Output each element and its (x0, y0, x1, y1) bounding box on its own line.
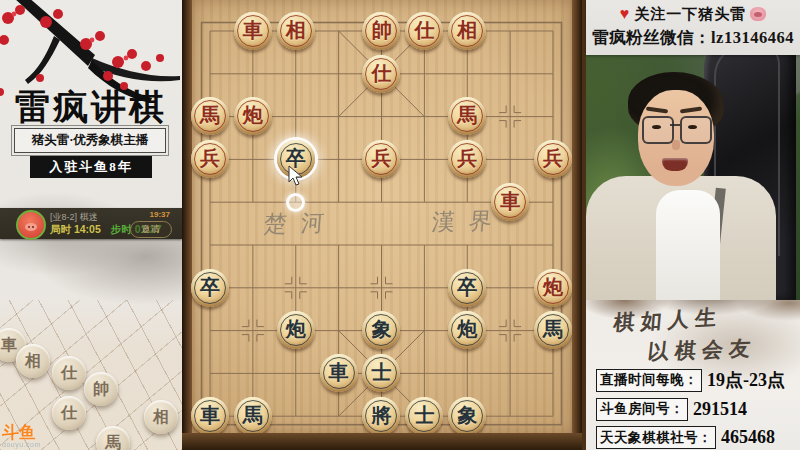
piece-red-帥[interactable]: 帥 (362, 12, 400, 50)
follow-text: 关注一下猪头雷 (634, 5, 746, 22)
piece-grid[interactable]: 車相帥仕相仕馬炮馬兵卒兵兵兵車卒卒炮炮象炮馬車士車馬將士象 (189, 10, 575, 438)
promo-info-rows: 直播时间每晚： 19点-23点 斗鱼房间号： 291514 天天象棋棋社号： 4… (596, 368, 796, 450)
slogan-line2: 以棋会友 (646, 334, 757, 366)
room-label: 斗鱼房间号： (596, 398, 688, 421)
douyu-watermark-logo: 斗鱼 (2, 424, 41, 441)
streamer-tshirt (656, 190, 720, 300)
game-time-value: 14:05 (74, 223, 101, 235)
piece-black-卒[interactable]: 卒 (448, 269, 486, 307)
xiangqi-board-panel: 楚河 漢界 車相帥仕相仕馬炮馬兵卒兵兵兵車卒卒炮炮象炮馬車士車馬將士象 (182, 0, 582, 450)
opponent-avatar[interactable] (16, 210, 46, 240)
piece-black-士[interactable]: 士 (362, 354, 400, 392)
board-edge (182, 433, 582, 450)
promo-row-club: 天天象棋棋社号： 465468 (596, 426, 796, 449)
follow-line1: ♥关注一下猪头雷 (586, 5, 800, 24)
piece-red-兵[interactable]: 兵 (362, 140, 400, 178)
poster-subtitle: 猪头雷·优秀象棋主播 (14, 128, 166, 153)
photo-piece: 相 (144, 400, 178, 434)
piece-black-將[interactable]: 將 (362, 397, 400, 435)
piece-red-相[interactable]: 相 (277, 12, 315, 50)
piece-black-車[interactable]: 車 (320, 354, 358, 392)
heart-icon: ♥ (620, 5, 631, 22)
eye (688, 125, 697, 129)
piece-red-仕[interactable]: 仕 (405, 12, 443, 50)
schedule-label: 直播时间每晚： (596, 369, 702, 392)
schedule-value: 19点-23点 (707, 368, 785, 392)
photo-piece: 相 (16, 344, 50, 378)
clock-time: 19:37 (150, 210, 170, 219)
pig-icon (750, 7, 766, 21)
piece-black-馬[interactable]: 馬 (234, 397, 272, 435)
piece-black-象[interactable]: 象 (362, 311, 400, 349)
invite-button[interactable]: 邀请 (130, 221, 172, 238)
piece-red-仕[interactable]: 仕 (362, 55, 400, 93)
piece-black-士[interactable]: 士 (405, 397, 443, 435)
stream-screenshot: 雷疯讲棋 猪头雷·优秀象棋主播 入驻斗鱼8年 車 相 仕 帥 仕 相 馬 斗鱼 … (0, 0, 800, 450)
promo-row-schedule: 直播时间每晚： 19点-23点 (596, 368, 796, 392)
slogan-line1: 棋如人生 (612, 303, 723, 337)
nose (672, 140, 680, 150)
photo-piece: 馬 (96, 426, 130, 450)
follow-banner: ♥关注一下猪头雷 雷疯粉丝微信：lz13146464 (586, 0, 800, 55)
game-time-label: 局时 (50, 223, 71, 235)
photo-piece: 仕 (52, 396, 86, 430)
streamer (594, 68, 794, 300)
piece-black-炮[interactable]: 炮 (277, 311, 315, 349)
room-value: 291514 (693, 399, 747, 420)
photo-piece: 仕 (52, 356, 86, 390)
piece-red-炮[interactable]: 炮 (234, 97, 272, 135)
piece-red-兵[interactable]: 兵 (534, 140, 572, 178)
last-move-marker (286, 193, 305, 212)
wechat-line: 雷疯粉丝微信：lz13146464 (586, 27, 800, 49)
right-panel: ♥关注一下猪头雷 雷疯粉丝微信：lz13146464 棋如人生 以棋会友 直播时… (582, 0, 800, 450)
poster-badge: 入驻斗鱼8年 (30, 156, 152, 178)
piece-red-車[interactable]: 車 (234, 12, 272, 50)
piece-red-相[interactable]: 相 (448, 12, 486, 50)
glasses (642, 116, 712, 142)
promo-row-room: 斗鱼房间号： 291514 (596, 398, 796, 421)
piece-red-馬[interactable]: 馬 (191, 97, 229, 135)
photo-piece: 帥 (84, 372, 118, 406)
eye (652, 125, 661, 129)
piece-black-炮[interactable]: 炮 (448, 311, 486, 349)
club-value: 465468 (721, 427, 775, 448)
move-time-label: 步时 (111, 223, 132, 235)
board-edge (572, 0, 582, 450)
piece-red-馬[interactable]: 馬 (448, 97, 486, 135)
douyu-watermark-url: douyu.com (2, 441, 41, 448)
club-label: 天天象棋棋社号： (596, 426, 716, 449)
piece-black-車[interactable]: 車 (191, 397, 229, 435)
mouth (662, 158, 688, 171)
poster-title: 雷疯讲棋 (0, 84, 182, 131)
piece-red-炮[interactable]: 炮 (534, 269, 572, 307)
opponent-info-bar: [业8-2] 棋迷 19:37 局时 14:05 步时 01:27 邀请 (0, 208, 182, 239)
piece-red-車[interactable]: 車 (491, 183, 529, 221)
mouse-cursor (288, 165, 304, 187)
piece-black-象[interactable]: 象 (448, 397, 486, 435)
douyu-watermark: 斗鱼 douyu.com (2, 424, 41, 448)
piece-red-兵[interactable]: 兵 (448, 140, 486, 178)
piece-black-馬[interactable]: 馬 (534, 311, 572, 349)
piece-black-卒[interactable]: 卒 (191, 269, 229, 307)
piece-red-兵[interactable]: 兵 (191, 140, 229, 178)
